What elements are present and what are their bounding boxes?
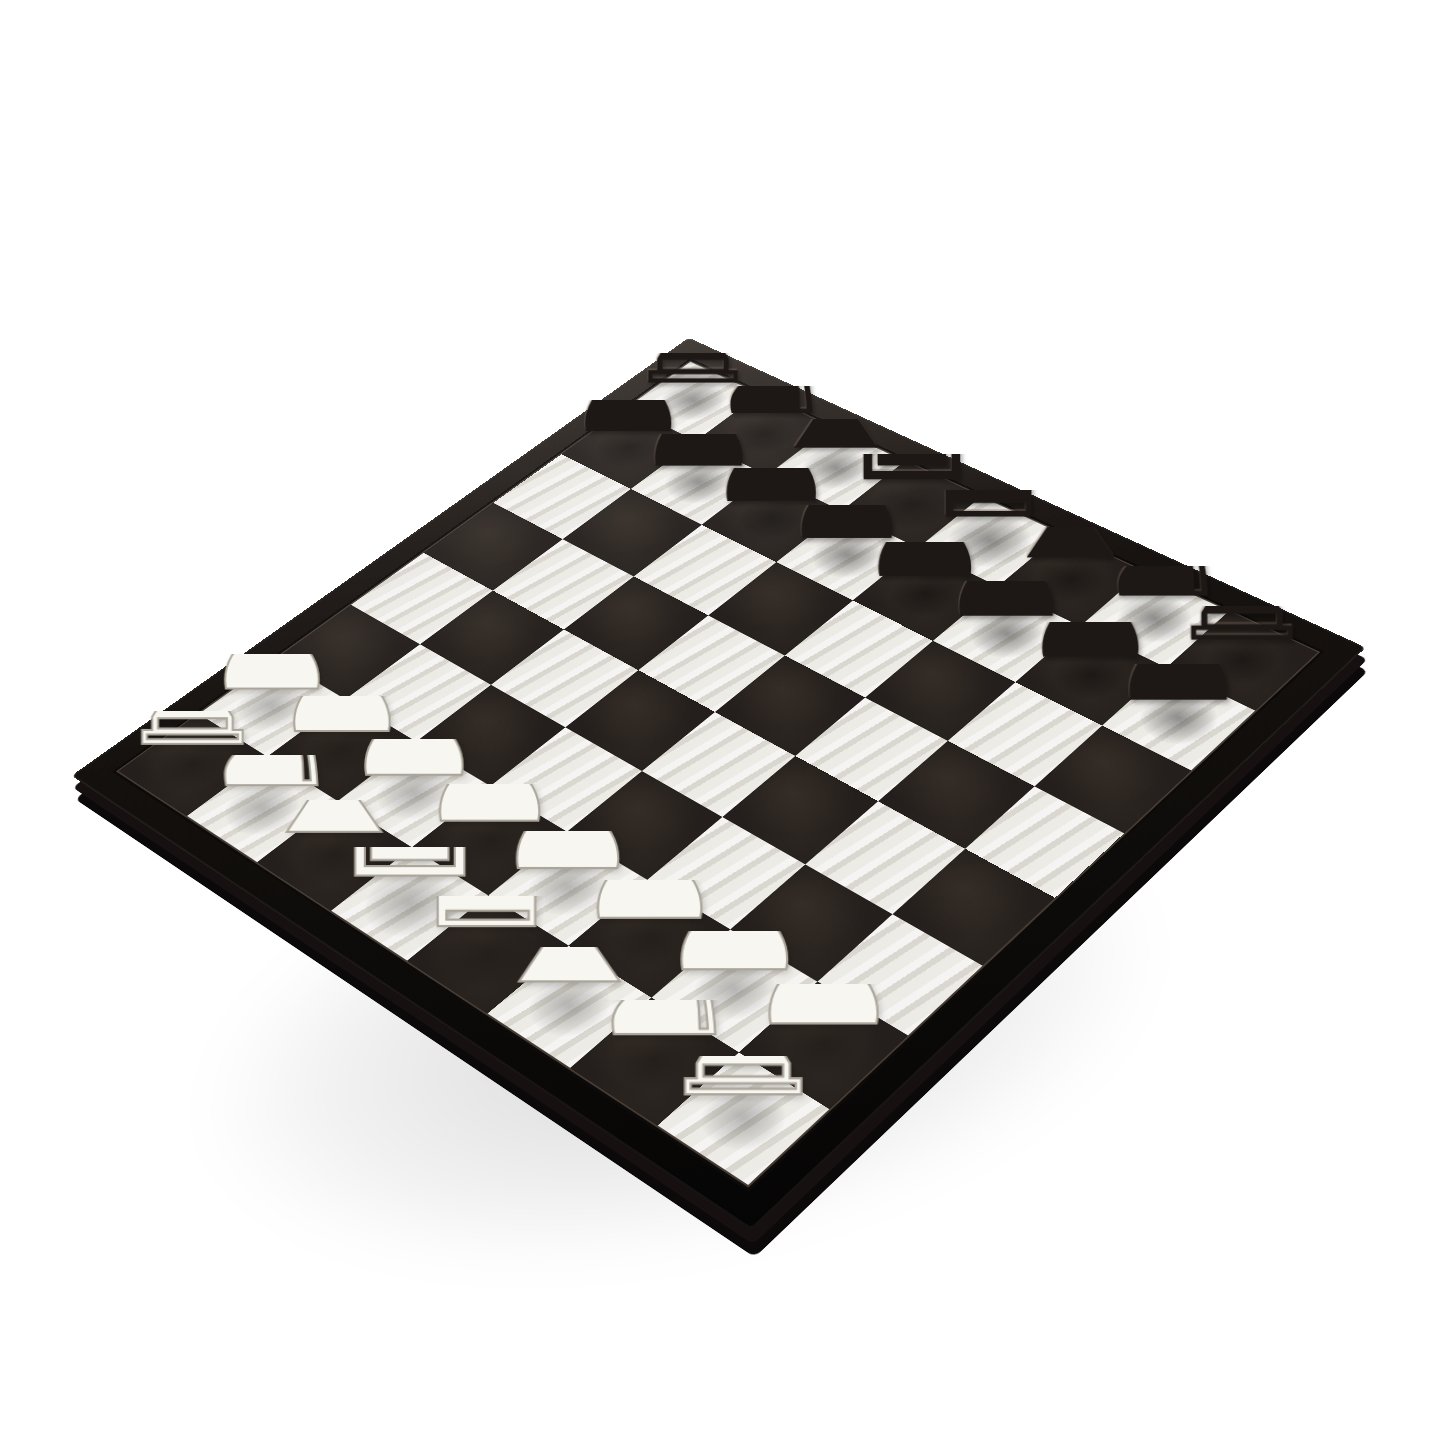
piece-shadow (1188, 625, 1296, 696)
piece-shadow (763, 999, 884, 1090)
piece-shadow (1019, 546, 1123, 612)
black-rook-h8: ♜ (1188, 606, 1295, 659)
piece-shadow (1037, 640, 1145, 711)
piece-shadow (874, 561, 977, 627)
piece-shadow (220, 672, 324, 742)
piece-shadow (420, 904, 556, 1004)
product-photo-canvas: ♜♞♝♚♛♝♞♜♟♟♟♟♟♟♟♟♟♟♟♟♟♟♟♟♜♞♝♚♛♝♞♜ (0, 0, 1445, 1445)
piece-shadow (954, 599, 1059, 668)
